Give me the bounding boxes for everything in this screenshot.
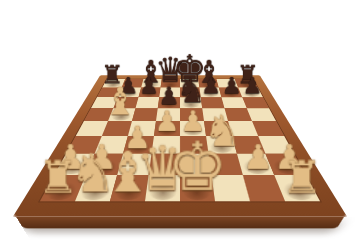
square-a4[interactable] bbox=[76, 121, 108, 136]
board-grid: ♜♝♛♚♝♜♟♟♟♟♟♟♞♝♟♟♟♞♟♟♟♟♜♞♝♛♚♜ bbox=[40, 79, 320, 201]
white-bishop-b5: ♝ bbox=[103, 83, 137, 121]
white-pawn-g2: ♟ bbox=[243, 140, 273, 174]
white-king-e1: ♚ bbox=[167, 133, 227, 200]
square-h7[interactable]: ♟ bbox=[238, 88, 263, 98]
chessboard: ♜♝♛♚♝♜♟♟♟♟♟♟♞♝♟♟♟♞♟♟♟♟♜♞♝♛♚♜ bbox=[13, 75, 347, 217]
black-knight-e6: ♞ bbox=[176, 74, 206, 107]
black-pawn-c7: ♟ bbox=[139, 74, 159, 96]
square-h4[interactable] bbox=[252, 121, 284, 136]
photo-scene: ♜♝♛♚♝♜♟♟♟♟♟♟♞♝♟♟♟♞♟♟♟♟♜♞♝♛♚♜ bbox=[0, 0, 360, 240]
square-h5[interactable] bbox=[247, 108, 276, 121]
square-h6[interactable] bbox=[242, 97, 269, 108]
square-g7[interactable]: ♟ bbox=[219, 88, 242, 98]
square-g2[interactable]: ♟ bbox=[237, 154, 274, 175]
white-rook-h1: ♜ bbox=[282, 155, 322, 200]
square-h1[interactable]: ♜ bbox=[274, 175, 320, 201]
board-front-edge bbox=[16, 217, 344, 229]
square-e1[interactable]: ♚ bbox=[180, 175, 215, 201]
black-pawn-g7: ♟ bbox=[222, 74, 242, 96]
black-pawn-h7: ♟ bbox=[242, 74, 262, 96]
